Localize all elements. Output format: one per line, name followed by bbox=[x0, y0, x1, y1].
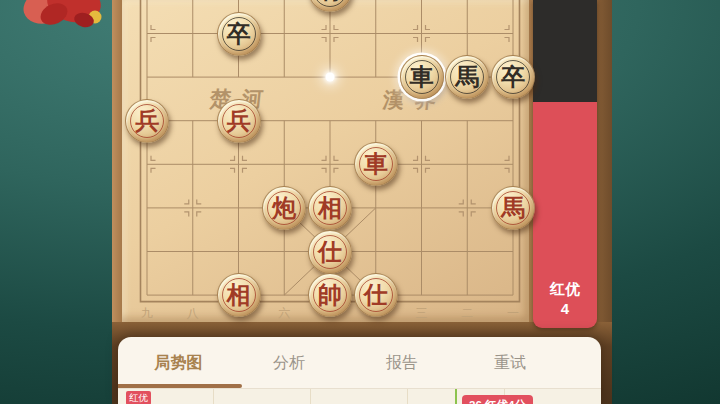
game-screen: 楚河 漢界 九八七六五四三二一 將卒車馬卒兵兵車炮相馬仕相帥仕 红优 4 局势图… bbox=[0, 0, 720, 404]
tab-situation-chart[interactable]: 局势图 bbox=[154, 352, 202, 373]
piece-red-chariot[interactable]: 車 bbox=[354, 142, 398, 186]
eval-advantage-label: 红优 bbox=[533, 279, 597, 299]
piece-glyph: 相 bbox=[227, 283, 251, 307]
piece-red-general[interactable]: 帥 bbox=[308, 273, 352, 317]
tab-report[interactable]: 报告 bbox=[386, 352, 418, 373]
piece-red-cannon[interactable]: 炮 bbox=[262, 186, 306, 230]
piece-glyph: 帥 bbox=[318, 283, 342, 307]
piece-glyph: 相 bbox=[318, 196, 342, 220]
file-label: 一 bbox=[507, 305, 519, 322]
piece-glyph: 兵 bbox=[135, 109, 159, 133]
piece-red-pawn[interactable]: 兵 bbox=[125, 99, 169, 143]
piece-black-pawn[interactable]: 卒 bbox=[217, 12, 261, 56]
chart-move-tooltip: 26 红优4分 bbox=[462, 395, 533, 404]
piece-red-advisor[interactable]: 仕 bbox=[354, 273, 398, 317]
red-knot-decoration bbox=[18, 0, 110, 46]
piece-red-horse[interactable]: 馬 bbox=[491, 186, 535, 230]
piece-glyph: 馬 bbox=[501, 196, 525, 220]
file-label: 三 bbox=[416, 305, 428, 322]
piece-glyph: 車 bbox=[410, 65, 434, 89]
last-move-origin-marker bbox=[326, 73, 335, 82]
tab-bar: 局势图 分析 报告 重试 bbox=[118, 337, 601, 388]
piece-glyph: 馬 bbox=[455, 65, 479, 89]
chart-current-move-line bbox=[455, 389, 457, 404]
tab-retry[interactable]: 重试 bbox=[494, 352, 526, 373]
eval-advantage-value: 4 bbox=[533, 299, 597, 319]
piece-glyph: 卒 bbox=[227, 22, 251, 46]
eval-red-section: 红优 4 bbox=[533, 102, 597, 328]
piece-glyph: 仕 bbox=[364, 283, 388, 307]
chart-gridline bbox=[310, 389, 311, 404]
evaluation-chart: 红优 26 红优4分 bbox=[118, 389, 601, 404]
piece-black-pawn[interactable]: 卒 bbox=[491, 55, 535, 99]
piece-red-advisor[interactable]: 仕 bbox=[308, 230, 352, 274]
evaluation-bar: 红优 4 bbox=[533, 0, 597, 328]
tab-analysis[interactable]: 分析 bbox=[273, 352, 305, 373]
piece-red-elephant[interactable]: 相 bbox=[308, 186, 352, 230]
file-label: 九 bbox=[141, 305, 153, 322]
piece-glyph: 卒 bbox=[501, 65, 525, 89]
eval-advantage-text: 红优 4 bbox=[533, 279, 597, 320]
piece-black-horse[interactable]: 馬 bbox=[445, 55, 489, 99]
piece-glyph: 將 bbox=[318, 0, 342, 2]
piece-glyph: 兵 bbox=[227, 109, 251, 133]
file-label: 八 bbox=[187, 305, 199, 322]
file-label: 二 bbox=[461, 305, 473, 322]
piece-glyph: 仕 bbox=[318, 240, 342, 264]
piece-red-elephant[interactable]: 相 bbox=[217, 273, 261, 317]
chart-gridline bbox=[213, 389, 214, 404]
chart-red-advantage-badge: 红优 bbox=[126, 391, 151, 404]
piece-black-chariot[interactable]: 車 bbox=[400, 55, 444, 99]
piece-glyph: 車 bbox=[364, 152, 388, 176]
file-label: 六 bbox=[278, 305, 290, 322]
piece-glyph: 炮 bbox=[272, 196, 296, 220]
piece-red-pawn[interactable]: 兵 bbox=[217, 99, 261, 143]
eval-black-section bbox=[533, 0, 597, 102]
chart-gridline bbox=[407, 389, 408, 404]
bottom-panel: 局势图 分析 报告 重试 红优 26 红优4分 bbox=[118, 337, 601, 404]
